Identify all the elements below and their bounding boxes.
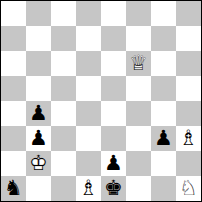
square-h1[interactable]: ♞♘ (176, 176, 201, 201)
square-f7[interactable] (126, 26, 151, 51)
square-e4[interactable] (101, 101, 126, 126)
square-b7[interactable] (26, 26, 51, 51)
square-d2[interactable] (76, 151, 101, 176)
square-a4[interactable] (1, 101, 26, 126)
square-d8[interactable] (76, 1, 101, 26)
square-h2[interactable] (176, 151, 201, 176)
square-e1[interactable]: ♚ (101, 176, 126, 201)
black-pawn-icon: ♟ (26, 101, 51, 126)
square-f2[interactable] (126, 151, 151, 176)
square-e8[interactable] (101, 1, 126, 26)
black-pawn-b4[interactable]: ♟ (26, 101, 51, 126)
square-h8[interactable] (176, 1, 201, 26)
square-e7[interactable] (101, 26, 126, 51)
square-c6[interactable] (51, 51, 76, 76)
square-g2[interactable] (151, 151, 176, 176)
square-d6[interactable] (76, 51, 101, 76)
square-h4[interactable] (176, 101, 201, 126)
white-king-b2[interactable]: ♚♔ (26, 151, 51, 176)
square-d5[interactable] (76, 76, 101, 101)
square-a6[interactable] (1, 51, 26, 76)
white-bishop-icon: ♗ (76, 176, 101, 201)
square-c3[interactable] (51, 126, 76, 151)
square-h7[interactable] (176, 26, 201, 51)
white-bishop-h3[interactable]: ♝♗ (176, 126, 201, 151)
square-a3[interactable] (1, 126, 26, 151)
square-a5[interactable] (1, 76, 26, 101)
square-d7[interactable] (76, 26, 101, 51)
square-g3[interactable]: ♟ (151, 126, 176, 151)
square-c4[interactable] (51, 101, 76, 126)
square-g5[interactable] (151, 76, 176, 101)
square-c5[interactable] (51, 76, 76, 101)
square-g4[interactable] (151, 101, 176, 126)
black-pawn-g3[interactable]: ♟ (151, 126, 176, 151)
square-h6[interactable] (176, 51, 201, 76)
chess-board: ♛♕♟♟♟♝♗♚♔♟♞♝♗♚♞♘ (1, 1, 201, 201)
square-f4[interactable] (126, 101, 151, 126)
square-b5[interactable] (26, 76, 51, 101)
square-a1[interactable]: ♞ (1, 176, 26, 201)
black-knight-a1[interactable]: ♞ (1, 176, 26, 201)
white-bishop-icon: ♗ (176, 126, 201, 151)
square-a2[interactable] (1, 151, 26, 176)
black-pawn-icon: ♟ (151, 126, 176, 151)
square-b2[interactable]: ♚♔ (26, 151, 51, 176)
black-knight-icon: ♞ (1, 176, 26, 201)
square-g7[interactable] (151, 26, 176, 51)
square-b1[interactable] (26, 176, 51, 201)
square-e6[interactable] (101, 51, 126, 76)
square-g8[interactable] (151, 1, 176, 26)
square-a7[interactable] (1, 26, 26, 51)
square-h5[interactable] (176, 76, 201, 101)
square-f3[interactable] (126, 126, 151, 151)
square-d1[interactable]: ♝♗ (76, 176, 101, 201)
square-f8[interactable] (126, 1, 151, 26)
square-g6[interactable] (151, 51, 176, 76)
square-d3[interactable] (76, 126, 101, 151)
white-bishop-d1[interactable]: ♝♗ (76, 176, 101, 201)
black-pawn-icon: ♟ (101, 151, 126, 176)
square-a8[interactable] (1, 1, 26, 26)
white-queen-f6[interactable]: ♛♕ (126, 51, 151, 76)
white-knight-icon: ♘ (176, 176, 201, 201)
black-pawn-e2[interactable]: ♟ (101, 151, 126, 176)
square-g1[interactable] (151, 176, 176, 201)
square-c2[interactable] (51, 151, 76, 176)
square-e2[interactable]: ♟ (101, 151, 126, 176)
square-c8[interactable] (51, 1, 76, 26)
square-d4[interactable] (76, 101, 101, 126)
square-b6[interactable] (26, 51, 51, 76)
white-knight-h1[interactable]: ♞♘ (176, 176, 201, 201)
square-f1[interactable] (126, 176, 151, 201)
black-king-e1[interactable]: ♚ (101, 176, 126, 201)
white-queen-icon: ♕ (126, 51, 151, 76)
black-king-icon: ♚ (101, 176, 126, 201)
square-b3[interactable]: ♟ (26, 126, 51, 151)
black-pawn-b3[interactable]: ♟ (26, 126, 51, 151)
chess-board-frame: ♛♕♟♟♟♝♗♚♔♟♞♝♗♚♞♘ (0, 0, 202, 202)
square-f6[interactable]: ♛♕ (126, 51, 151, 76)
square-c1[interactable] (51, 176, 76, 201)
square-b4[interactable]: ♟ (26, 101, 51, 126)
square-b8[interactable] (26, 1, 51, 26)
square-h3[interactable]: ♝♗ (176, 126, 201, 151)
square-c7[interactable] (51, 26, 76, 51)
square-f5[interactable] (126, 76, 151, 101)
white-king-icon: ♔ (26, 151, 51, 176)
black-pawn-icon: ♟ (26, 126, 51, 151)
square-e3[interactable] (101, 126, 126, 151)
square-e5[interactable] (101, 76, 126, 101)
